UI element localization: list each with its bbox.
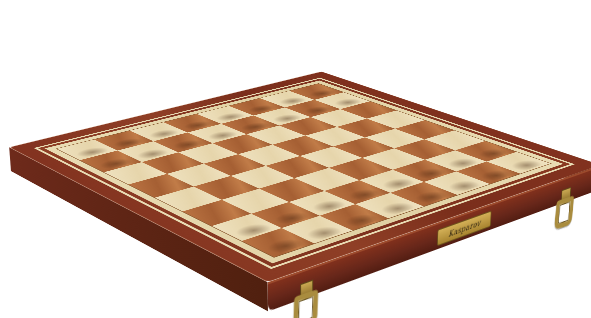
brass-latch-left [292,277,320,318]
nameplate-signature: Kasparov [448,218,481,239]
chess-set-photo: Kasparov ♜♞♝♛♚♝♞♜♟♟♟♟♟♟♟♟♟♟♟♟♟♟♟♟♜♞♝♛♚♝♞… [0,0,591,318]
latch-ring-icon [293,289,318,318]
brass-latch-right [553,185,576,235]
latch-ring-icon [554,196,574,231]
chess-board: Kasparov ♜♞♝♛♚♝♞♜♟♟♟♟♟♟♟♟♟♟♟♟♟♟♟♟♜♞♝♛♚♝♞… [9,72,591,283]
